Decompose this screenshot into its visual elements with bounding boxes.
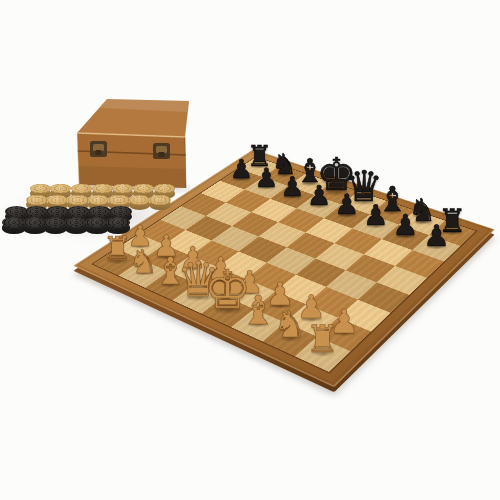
light-disc-part (88, 195, 110, 205)
chess-set-photo-stage: ♜♞♟♝♟♚♟♛♟♝♟♞♟♜♟♟♟♟♜♟♞♟♝♟♛♟♚♟♝♟♞♜ (0, 0, 500, 500)
light-disc-part (67, 195, 89, 205)
light-disc-part (92, 184, 113, 194)
dark-disc-part (5, 206, 28, 217)
dark-disc-part (88, 206, 111, 217)
light-disc-part (129, 195, 151, 205)
draughts-piece-light[interactable] (129, 195, 151, 211)
light-disc-part (26, 195, 48, 205)
dark-disc-part (67, 206, 90, 217)
dark-disc-part (109, 206, 132, 217)
draughts-piece-dark[interactable] (106, 217, 130, 234)
light-disc-part (30, 184, 51, 194)
dark-disc-part (46, 206, 69, 217)
dark-disc-part (25, 206, 48, 217)
light-disc-part (154, 184, 175, 194)
light-disc-part (149, 195, 171, 205)
light-disc-part (47, 195, 69, 205)
light-disc-part (108, 195, 130, 205)
draughts-piece-light[interactable] (149, 195, 171, 211)
draughts-pieces-group (0, 0, 500, 500)
dark-disc-part (106, 217, 130, 228)
